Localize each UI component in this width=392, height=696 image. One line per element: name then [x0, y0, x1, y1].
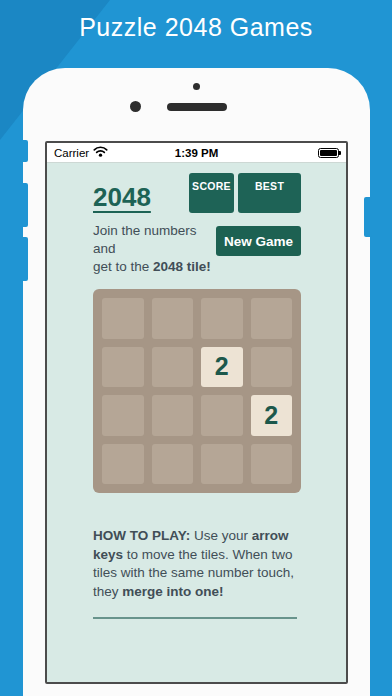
score-label: SCORE [192, 180, 231, 192]
mute-switch [20, 140, 28, 162]
board-cell [102, 347, 144, 388]
game-title-link[interactable]: 2048 [93, 182, 151, 213]
howto-bold-3: merge into one! [122, 584, 223, 599]
intro-text: Join the numbers and get to the 2048 til… [93, 222, 216, 276]
intro-row: Join the numbers and get to the 2048 til… [93, 222, 301, 276]
board-cell [152, 395, 194, 436]
board-cell [201, 298, 243, 339]
game-content: 2048 SCORE BEST Join the numbers and get… [47, 163, 346, 619]
score-box: SCORE [189, 173, 234, 213]
tile-2: 2 [201, 347, 243, 388]
board-cell [152, 298, 194, 339]
speaker-grille [167, 103, 227, 111]
board-cell [152, 347, 194, 388]
board-cell [251, 298, 293, 339]
best-label: BEST [255, 180, 284, 192]
battery-icon [318, 148, 339, 158]
board-cell [201, 395, 243, 436]
board-cell [102, 444, 144, 485]
howto-bold-1: HOW TO PLAY: [93, 528, 190, 543]
board-cell [152, 444, 194, 485]
tile-2: 2 [251, 395, 293, 436]
status-bar: Carrier 1:39 PM [47, 143, 346, 163]
board-cell [251, 347, 293, 388]
board-cell [251, 444, 293, 485]
carrier-label: Carrier [54, 147, 89, 159]
volume-down-button [20, 237, 28, 281]
intro-line1: Join the numbers and [93, 223, 197, 256]
board-cell [102, 298, 144, 339]
section-divider [93, 617, 297, 619]
clock-label: 1:39 PM [140, 147, 253, 159]
front-camera-icon [130, 101, 141, 112]
phone-screen: Carrier 1:39 PM 2 [45, 141, 348, 684]
how-to-play-text: HOW TO PLAY: Use your arrow keys to move… [93, 527, 301, 601]
intro-line2-bold: 2048 tile! [153, 259, 211, 274]
board-cell [102, 395, 144, 436]
game-board[interactable]: 22 [93, 289, 301, 493]
new-game-button[interactable]: New Game [216, 226, 301, 256]
best-box: BEST [238, 173, 301, 213]
power-button [364, 197, 372, 237]
board-cell [201, 444, 243, 485]
game-header: 2048 SCORE BEST [93, 173, 301, 213]
volume-up-button [20, 183, 28, 227]
page-title: Puzzle 2048 Games [0, 13, 392, 42]
intro-line2-prefix: get to the [93, 259, 153, 274]
sensor-dot-icon [193, 83, 200, 90]
wifi-icon [93, 146, 108, 159]
page-background: Puzzle 2048 Games Carrier 1:39 PM [0, 0, 392, 696]
